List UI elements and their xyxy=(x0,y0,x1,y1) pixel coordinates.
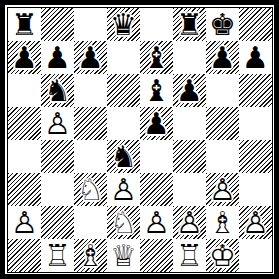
square-e5: ♟ xyxy=(140,107,173,140)
square-e2: ♙ xyxy=(140,206,173,239)
piece-bN-b6: ♞ xyxy=(41,74,74,107)
piece-wB-c1: ♗ xyxy=(74,239,107,272)
square-a8: ♜ xyxy=(8,8,41,41)
square-g8: ♚ xyxy=(206,8,239,41)
square-h3 xyxy=(239,173,272,206)
square-f5 xyxy=(173,107,206,140)
square-b5: ♙ xyxy=(41,107,74,140)
piece-wK-g1: ♔ xyxy=(206,239,239,272)
piece-bN-d4: ♞ xyxy=(107,140,140,173)
piece-wR-b1: ♖ xyxy=(41,239,74,272)
piece-bP-g7: ♟ xyxy=(206,41,239,74)
square-h2: ♙ xyxy=(239,206,272,239)
square-a6 xyxy=(8,74,41,107)
square-b4 xyxy=(41,140,74,173)
square-f3 xyxy=(173,173,206,206)
piece-bB-e6: ♝ xyxy=(140,74,173,107)
square-e7: ♝ xyxy=(140,41,173,74)
piece-wB-g2: ♗ xyxy=(206,206,239,239)
piece-bB-e7: ♝ xyxy=(140,41,173,74)
piece-wP-h2: ♙ xyxy=(239,206,272,239)
square-f8: ♜ xyxy=(173,8,206,41)
square-b2 xyxy=(41,206,74,239)
piece-wP-d3: ♙ xyxy=(107,173,140,206)
piece-wP-a2: ♙ xyxy=(8,206,41,239)
piece-wP-f2: ♙ xyxy=(173,206,206,239)
square-d6 xyxy=(107,74,140,107)
square-c1: ♗ xyxy=(74,239,107,272)
square-e1 xyxy=(140,239,173,272)
piece-wP-g3: ♙ xyxy=(206,173,239,206)
square-h6 xyxy=(239,74,272,107)
square-g2: ♗ xyxy=(206,206,239,239)
piece-bR-f8: ♜ xyxy=(173,8,206,41)
piece-bP-a7: ♟ xyxy=(8,41,41,74)
square-g5 xyxy=(206,107,239,140)
square-d4: ♞ xyxy=(107,140,140,173)
piece-wP-b5: ♙ xyxy=(41,107,74,140)
piece-wQ-d1: ♕ xyxy=(107,239,140,272)
piece-bP-c7: ♟ xyxy=(74,41,107,74)
square-b3 xyxy=(41,173,74,206)
square-a1 xyxy=(8,239,41,272)
square-g4 xyxy=(206,140,239,173)
square-c8 xyxy=(74,8,107,41)
piece-bP-b7: ♟ xyxy=(41,41,74,74)
square-f1: ♖ xyxy=(173,239,206,272)
square-d5 xyxy=(107,107,140,140)
square-c7: ♟ xyxy=(74,41,107,74)
square-b6: ♞ xyxy=(41,74,74,107)
square-b1: ♖ xyxy=(41,239,74,272)
square-c6 xyxy=(74,74,107,107)
square-e3 xyxy=(140,173,173,206)
square-d3: ♙ xyxy=(107,173,140,206)
square-g1: ♔ xyxy=(206,239,239,272)
square-c2 xyxy=(74,206,107,239)
piece-bP-f6: ♟ xyxy=(173,74,206,107)
square-c4 xyxy=(74,140,107,173)
square-g7: ♟ xyxy=(206,41,239,74)
square-h5 xyxy=(239,107,272,140)
square-g3: ♙ xyxy=(206,173,239,206)
piece-wN-d2: ♘ xyxy=(107,206,140,239)
square-a5 xyxy=(8,107,41,140)
piece-bP-h7: ♟ xyxy=(239,41,272,74)
square-h8 xyxy=(239,8,272,41)
chess-diagram: ♜♛♜♚♟♟♟♝♟♟♞♝♟♙♟♞♘♙♙♙♘♙♙♗♙♖♗♕♖♔ xyxy=(0,0,279,279)
square-d2: ♘ xyxy=(107,206,140,239)
square-a7: ♟ xyxy=(8,41,41,74)
square-b8 xyxy=(41,8,74,41)
square-a4 xyxy=(8,140,41,173)
square-d7 xyxy=(107,41,140,74)
piece-bR-a8: ♜ xyxy=(8,8,41,41)
square-c5 xyxy=(74,107,107,140)
square-a2: ♙ xyxy=(8,206,41,239)
square-e6: ♝ xyxy=(140,74,173,107)
piece-wN-c3: ♘ xyxy=(74,173,107,206)
square-h1 xyxy=(239,239,272,272)
square-h7: ♟ xyxy=(239,41,272,74)
piece-bK-g8: ♚ xyxy=(206,8,239,41)
square-f7 xyxy=(173,41,206,74)
square-f4 xyxy=(173,140,206,173)
square-h4 xyxy=(239,140,272,173)
piece-wP-e2: ♙ xyxy=(140,206,173,239)
square-c3: ♘ xyxy=(74,173,107,206)
piece-bQ-d8: ♛ xyxy=(107,8,140,41)
square-b7: ♟ xyxy=(41,41,74,74)
piece-wR-f1: ♖ xyxy=(173,239,206,272)
square-d1: ♕ xyxy=(107,239,140,272)
square-e8 xyxy=(140,8,173,41)
square-g6 xyxy=(206,74,239,107)
square-f6: ♟ xyxy=(173,74,206,107)
square-e4 xyxy=(140,140,173,173)
chess-board: ♜♛♜♚♟♟♟♝♟♟♞♝♟♙♟♞♘♙♙♙♘♙♙♗♙♖♗♕♖♔ xyxy=(8,8,272,272)
square-f2: ♙ xyxy=(173,206,206,239)
square-a3 xyxy=(8,173,41,206)
square-d8: ♛ xyxy=(107,8,140,41)
piece-bP-e5: ♟ xyxy=(140,107,173,140)
